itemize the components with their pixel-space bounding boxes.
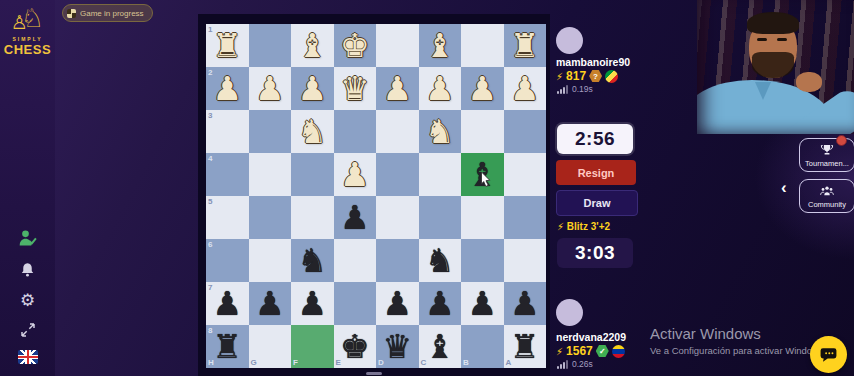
square-f2[interactable]: ♟ <box>291 67 334 110</box>
square-b6[interactable] <box>461 239 504 282</box>
bell-icon <box>19 261 36 278</box>
square-g8[interactable]: G <box>249 325 292 368</box>
square-a7[interactable]: ♟ <box>504 282 547 325</box>
board-resize-handle[interactable] <box>366 372 382 375</box>
square-g7[interactable]: ♟ <box>249 282 292 325</box>
rank-label-4: 4 <box>208 154 212 163</box>
venezuela-flag-icon <box>612 345 625 358</box>
square-d2[interactable]: ♟ <box>376 67 419 110</box>
square-g3[interactable] <box>249 110 292 153</box>
notifications-button[interactable] <box>0 261 55 278</box>
file-label-g: G <box>251 358 257 367</box>
square-e4[interactable]: ♟ <box>334 153 377 196</box>
online-status-button[interactable] <box>0 228 55 248</box>
provisional-badge-icon: ? <box>589 70 602 83</box>
rank-label-6: 6 <box>208 240 212 249</box>
rating-bottom: 1567 <box>566 344 593 358</box>
square-d5[interactable] <box>376 196 419 239</box>
piece-white-queen[interactable]: ♛ <box>334 67 377 110</box>
square-b8[interactable]: B <box>461 325 504 368</box>
square-d1[interactable] <box>376 24 419 67</box>
piece-white-knight[interactable]: ♞ <box>419 110 462 153</box>
community-people-icon <box>819 184 835 199</box>
watermark-subtitle: Ve a Configuración para activar Window <box>650 345 819 356</box>
square-g4[interactable] <box>249 153 292 196</box>
status-badge-label: Game in progress <box>80 9 144 18</box>
avatar[interactable] <box>556 27 583 54</box>
player-name-top: mambanoire90 <box>556 56 630 68</box>
square-e6[interactable] <box>334 239 377 282</box>
square-e8[interactable]: E♚ <box>334 325 377 368</box>
clock-opponent: 2:56 <box>557 124 633 154</box>
piece-black-pawn[interactable]: ♟ <box>291 282 334 325</box>
piece-white-rook[interactable]: ♜ <box>504 24 547 67</box>
square-c5[interactable] <box>419 196 462 239</box>
square-c7[interactable]: ♟ <box>419 282 462 325</box>
square-e1[interactable]: ♚ <box>334 24 377 67</box>
lightning-icon: ⚡ <box>556 346 563 357</box>
app-root: ♙♘ SIMPLY CHESS ⚙ <box>0 0 854 376</box>
square-h5[interactable]: 5 <box>206 196 249 239</box>
piece-white-bishop[interactable]: ♝ <box>419 24 462 67</box>
user-online-icon <box>18 228 38 248</box>
game-panel: mambanoire90 ⚡ 817 ? 0.19s 2:56 Resign D… <box>553 0 645 376</box>
language-button[interactable] <box>0 350 55 364</box>
piece-black-knight[interactable]: ♞ <box>291 239 334 282</box>
square-h3[interactable]: 3 <box>206 110 249 153</box>
app-logo[interactable]: ♙♘ SIMPLY CHESS <box>0 5 55 57</box>
status-badge: Game in progress <box>62 4 153 22</box>
square-e2[interactable]: ♛ <box>334 67 377 110</box>
piece-white-knight[interactable]: ♞ <box>291 110 334 153</box>
square-f8[interactable]: F <box>291 325 334 368</box>
square-c8[interactable]: C♝ <box>419 325 462 368</box>
lightning-icon: ⚡ <box>557 221 564 232</box>
square-c3[interactable]: ♞ <box>419 110 462 153</box>
piece-black-bishop[interactable]: ♝ <box>419 325 462 368</box>
square-f7[interactable]: ♟ <box>291 282 334 325</box>
square-c4[interactable] <box>419 153 462 196</box>
square-a1[interactable]: ♜ <box>504 24 547 67</box>
expand-arrows-icon <box>20 322 36 338</box>
draw-button[interactable]: Draw <box>556 190 638 216</box>
community-label: Community <box>808 200 846 209</box>
signal-bars-icon <box>557 360 568 369</box>
resign-button[interactable]: Resign <box>556 160 636 185</box>
clock-player: 3:03 <box>557 238 633 268</box>
piece-white-pawn[interactable]: ♟ <box>291 67 334 110</box>
square-b2[interactable]: ♟ <box>461 67 504 110</box>
board-mini-icon <box>67 9 76 18</box>
chess-board: 1♜♝♚♝♜2♟♟♟♛♟♟♟♟3♞♞4♟♝5♟6♞♞7♟♟♟♟♟♟♟8H♜GFE… <box>206 24 546 368</box>
piece-white-king[interactable]: ♚ <box>334 24 377 67</box>
mouse-cursor-icon <box>480 171 492 192</box>
settings-button[interactable]: ⚙ <box>0 291 55 309</box>
piece-black-pawn[interactable]: ♟ <box>376 282 419 325</box>
windows-activation-watermark: Activar Windows Ve a Configuración para … <box>650 325 819 356</box>
square-h8[interactable]: 8H♜ <box>206 325 249 368</box>
piece-white-pawn[interactable]: ♟ <box>504 67 547 110</box>
verified-badge-icon: ✓ <box>596 345 609 358</box>
file-label-b: B <box>463 358 469 367</box>
square-f1[interactable]: ♝ <box>291 24 334 67</box>
square-a3[interactable] <box>504 110 547 153</box>
square-b7[interactable]: ♟ <box>461 282 504 325</box>
piece-white-bishop[interactable]: ♝ <box>291 24 334 67</box>
chat-fab-button[interactable] <box>810 336 847 373</box>
square-h2[interactable]: 2♟ <box>206 67 249 110</box>
board-frame: 1♜♝♚♝♜2♟♟♟♛♟♟♟♟3♞♞4♟♝5♟6♞♞7♟♟♟♟♟♟♟8H♜GFE… <box>198 14 550 376</box>
square-e7[interactable] <box>334 282 377 325</box>
square-d4[interactable] <box>376 153 419 196</box>
piece-white-pawn[interactable]: ♟ <box>419 67 462 110</box>
rating-row-bottom: ⚡ 1567 ✓ <box>556 344 625 358</box>
piece-white-pawn[interactable]: ♟ <box>334 153 377 196</box>
square-f4[interactable] <box>291 153 334 196</box>
piece-black-knight[interactable]: ♞ <box>419 239 462 282</box>
square-d6[interactable] <box>376 239 419 282</box>
latency-row-bottom: 0.26s <box>557 359 593 369</box>
square-g2[interactable]: ♟ <box>249 67 292 110</box>
square-e5[interactable]: ♟ <box>334 196 377 239</box>
square-g1[interactable] <box>249 24 292 67</box>
rating-top: 817 <box>566 69 586 83</box>
piece-black-pawn[interactable]: ♟ <box>419 282 462 325</box>
piece-white-rook[interactable]: ♜ <box>206 24 249 67</box>
square-d8[interactable]: D♛ <box>376 325 419 368</box>
tournament-label: Tournamen... <box>805 159 849 168</box>
piece-black-pawn[interactable]: ♟ <box>504 282 547 325</box>
square-c6[interactable]: ♞ <box>419 239 462 282</box>
community-button[interactable]: Community <box>799 179 854 213</box>
collapse-rail-button[interactable]: ‹ <box>781 178 787 198</box>
square-d3[interactable] <box>376 110 419 153</box>
latency-top: 0.19s <box>572 84 593 94</box>
piece-black-pawn[interactable]: ♟ <box>206 282 249 325</box>
square-g5[interactable] <box>249 196 292 239</box>
square-a8[interactable]: A♜ <box>504 325 547 368</box>
piece-black-queen[interactable]: ♛ <box>376 325 419 368</box>
square-c1[interactable]: ♝ <box>419 24 462 67</box>
piece-black-pawn[interactable]: ♟ <box>249 282 292 325</box>
rank-label-5: 5 <box>208 197 212 206</box>
square-c2[interactable]: ♟ <box>419 67 462 110</box>
square-g6[interactable] <box>249 239 292 282</box>
rank-label-3: 3 <box>208 111 212 120</box>
webcam-video <box>697 0 854 134</box>
square-b4[interactable]: ♝ <box>461 153 504 196</box>
vignette <box>697 0 854 134</box>
piece-black-rook[interactable]: ♜ <box>206 325 249 368</box>
latency-bottom: 0.26s <box>572 359 593 369</box>
lightning-icon: ⚡ <box>556 71 563 82</box>
fullscreen-button[interactable] <box>0 322 55 338</box>
chat-bubble-icon <box>819 345 838 364</box>
square-f5[interactable] <box>291 196 334 239</box>
logo-chess-text: CHESS <box>0 42 55 57</box>
square-f3[interactable]: ♞ <box>291 110 334 153</box>
piece-white-pawn[interactable]: ♟ <box>249 67 292 110</box>
square-a6[interactable] <box>504 239 547 282</box>
avatar[interactable] <box>556 299 583 326</box>
latency-row-top: 0.19s <box>557 84 593 94</box>
signal-bars-icon <box>557 85 568 94</box>
square-d7[interactable]: ♟ <box>376 282 419 325</box>
gear-icon: ⚙ <box>20 291 35 309</box>
uk-flag-icon <box>18 350 38 364</box>
sidebar: ♙♘ SIMPLY CHESS ⚙ <box>0 0 55 376</box>
square-a2[interactable]: ♟ <box>504 67 547 110</box>
logo-chess-pieces-icon: ♙♘ <box>0 5 55 35</box>
piece-black-rook[interactable]: ♜ <box>504 325 547 368</box>
square-f6[interactable]: ♞ <box>291 239 334 282</box>
square-h7[interactable]: 7♟ <box>206 282 249 325</box>
square-e3[interactable] <box>334 110 377 153</box>
square-b5[interactable] <box>461 196 504 239</box>
piece-black-pawn[interactable]: ♟ <box>461 282 504 325</box>
time-control-label: ⚡ Blitz 3'+2 <box>557 221 610 232</box>
square-a5[interactable] <box>504 196 547 239</box>
square-h4[interactable]: 4 <box>206 153 249 196</box>
watermark-title: Activar Windows <box>650 325 819 342</box>
rating-row-top: ⚡ 817 ? <box>556 69 618 83</box>
piece-black-king[interactable]: ♚ <box>334 325 377 368</box>
piece-white-pawn[interactable]: ♟ <box>206 67 249 110</box>
congo-flag-icon <box>605 70 618 83</box>
square-b3[interactable] <box>461 110 504 153</box>
piece-black-pawn[interactable]: ♟ <box>334 196 377 239</box>
square-a4[interactable] <box>504 153 547 196</box>
notification-dot <box>836 135 847 146</box>
piece-white-pawn[interactable]: ♟ <box>376 67 419 110</box>
player-name-bottom: nerdvana2209 <box>556 331 626 343</box>
tournament-button[interactable]: Tournamen... <box>799 138 854 172</box>
square-h6[interactable]: 6 <box>206 239 249 282</box>
trophy-icon <box>819 143 835 158</box>
piece-white-pawn[interactable]: ♟ <box>461 67 504 110</box>
file-label-f: F <box>293 358 298 367</box>
square-b1[interactable] <box>461 24 504 67</box>
square-h1[interactable]: 1♜ <box>206 24 249 67</box>
